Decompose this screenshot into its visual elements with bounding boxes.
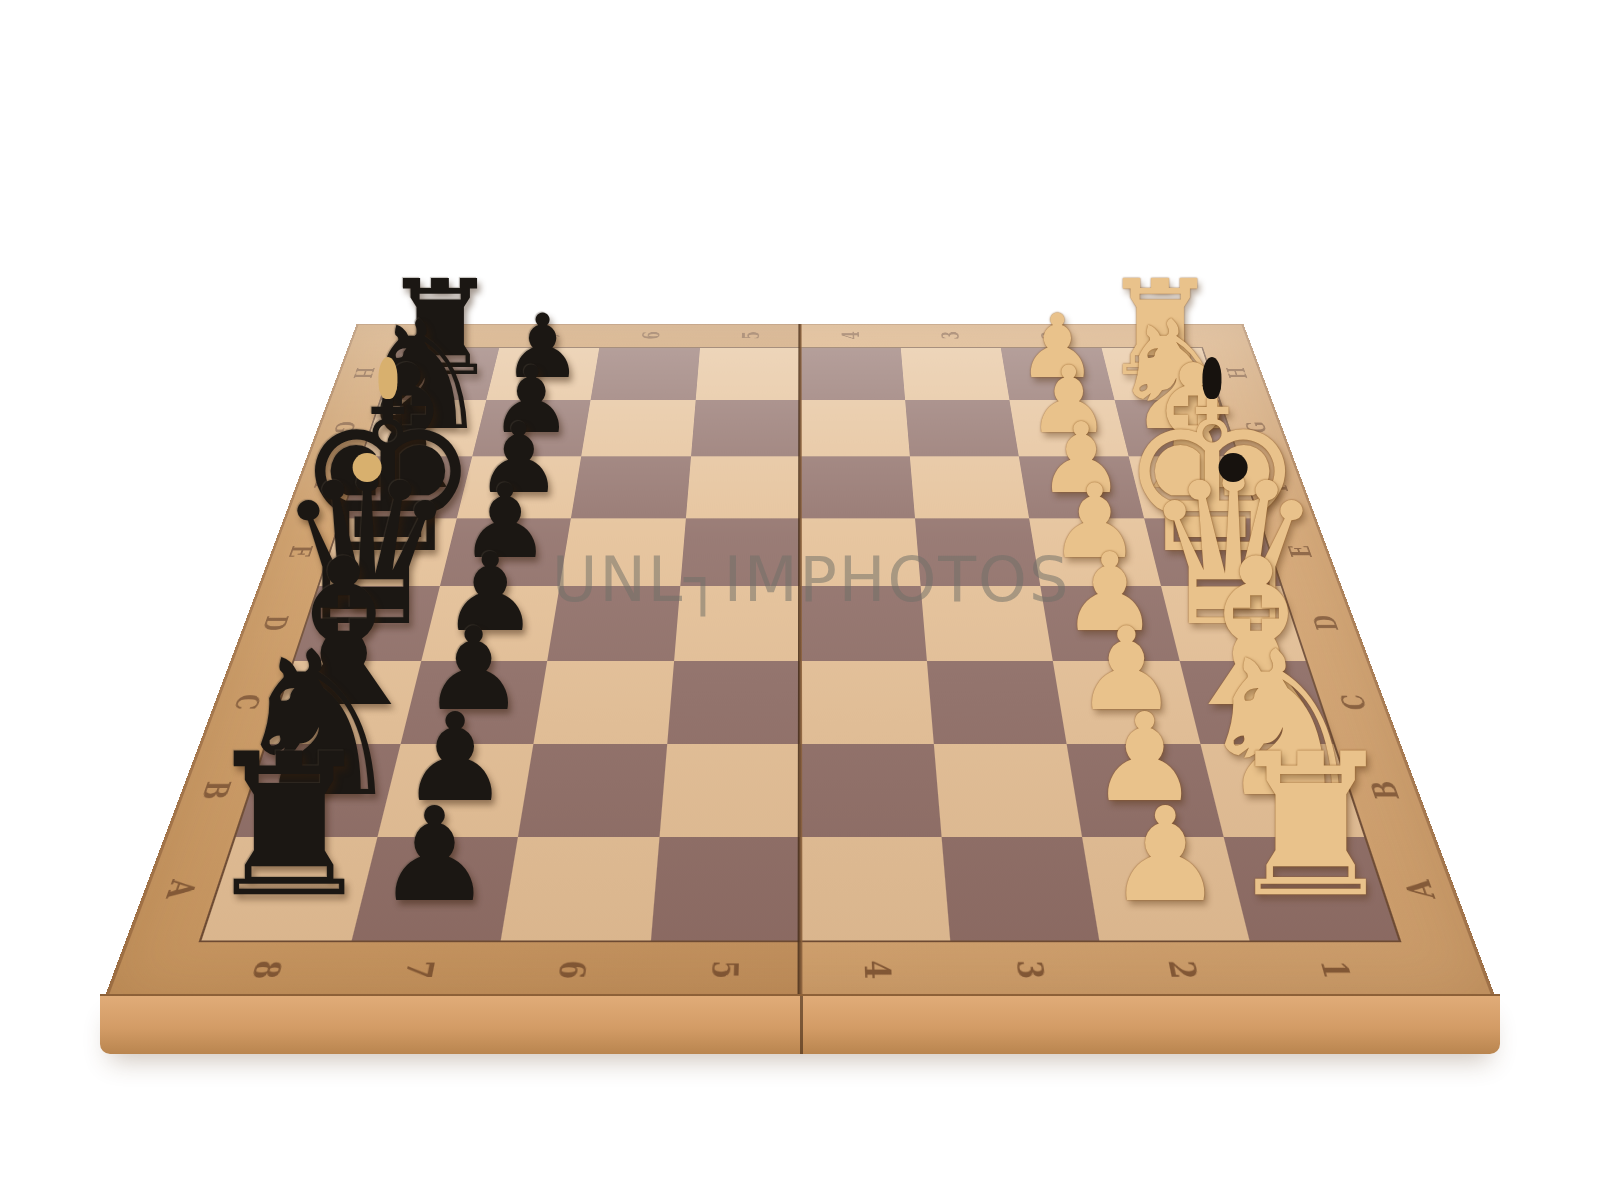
stock-watermark: UNL┐IMPHOTOS [552,543,1070,616]
piece-white-rook-a1[interactable]: ♜ [1212,728,1409,925]
piece-white-pawn-a2[interactable]: ♟ [1100,790,1230,920]
black-finial [1203,357,1222,399]
black-finial [1219,453,1248,482]
tan-finial [353,453,382,482]
scene: 8877665544332211HHGGFFEEDDCCBBAA ♜♟♟♜♞♟♟… [0,0,1600,1189]
piece-black-pawn-a7[interactable]: ♟ [369,790,499,920]
piece-black-rook-a8[interactable]: ♜ [191,728,388,925]
tan-finial [378,357,397,399]
